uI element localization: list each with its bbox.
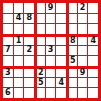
sudoku-board: 92481847235329546 xyxy=(0,0,101,101)
cell-r3c4[interactable] xyxy=(35,24,45,34)
cell-r4c6[interactable] xyxy=(56,35,66,45)
given-cell-r4c2: 1 xyxy=(14,35,24,45)
cell-r5c7[interactable] xyxy=(67,46,77,56)
given-cell-r2c2: 4 xyxy=(14,14,24,24)
cell-r7c6[interactable] xyxy=(56,67,66,77)
cell-r9c5[interactable] xyxy=(46,88,56,98)
cell-r4c8[interactable] xyxy=(78,35,88,45)
cell-r9c8[interactable] xyxy=(78,88,88,98)
cell-r2c7[interactable] xyxy=(67,14,77,24)
cell-r5c4[interactable] xyxy=(35,46,45,56)
cell-r1c9[interactable] xyxy=(88,3,98,13)
cell-r6c2[interactable] xyxy=(14,56,24,66)
cell-r3c5[interactable] xyxy=(46,24,56,34)
cell-r2c8[interactable] xyxy=(78,14,88,24)
given-cell-r2c3: 8 xyxy=(24,14,34,24)
cell-r2c9[interactable] xyxy=(88,14,98,24)
cell-r3c6[interactable] xyxy=(56,24,66,34)
cell-r1c3[interactable] xyxy=(24,3,34,13)
cell-r1c7[interactable] xyxy=(67,3,77,13)
cell-r6c4[interactable] xyxy=(35,56,45,66)
cell-r8c1[interactable] xyxy=(3,78,13,88)
cell-r5c9[interactable] xyxy=(88,46,98,56)
cell-r8c7[interactable] xyxy=(67,78,77,88)
cell-r2c5[interactable] xyxy=(46,14,56,24)
given-cell-r1c5: 9 xyxy=(46,3,56,13)
cell-r1c2[interactable] xyxy=(14,3,24,13)
cell-r1c1[interactable] xyxy=(3,3,13,13)
cell-r3c2[interactable] xyxy=(14,24,24,34)
cell-r8c2[interactable] xyxy=(14,78,24,88)
cell-r6c8[interactable] xyxy=(78,56,88,66)
cell-r9c7[interactable] xyxy=(67,88,77,98)
given-cell-r5c5: 3 xyxy=(46,46,56,56)
given-cell-r1c8: 2 xyxy=(78,3,88,13)
given-cell-r4c9: 4 xyxy=(88,35,98,45)
cell-r9c3[interactable] xyxy=(24,88,34,98)
cell-r9c4[interactable] xyxy=(35,88,45,98)
cell-r1c6[interactable] xyxy=(56,3,66,13)
cell-r9c9[interactable] xyxy=(88,88,98,98)
given-cell-r4c7: 8 xyxy=(67,35,77,45)
cell-r6c1[interactable] xyxy=(3,56,13,66)
cell-r7c3[interactable] xyxy=(24,67,34,77)
cell-r7c2[interactable] xyxy=(14,67,24,77)
cell-r9c6[interactable] xyxy=(56,88,66,98)
cell-r7c5[interactable] xyxy=(46,67,56,77)
cell-r3c7[interactable] xyxy=(67,24,77,34)
cell-r3c8[interactable] xyxy=(78,24,88,34)
given-cell-r9c1: 6 xyxy=(3,88,13,98)
cell-r6c6[interactable] xyxy=(56,56,66,66)
cell-r2c4[interactable] xyxy=(35,14,45,24)
cell-r3c9[interactable] xyxy=(88,24,98,34)
cell-r6c5[interactable] xyxy=(46,56,56,66)
cell-r8c5[interactable] xyxy=(46,78,56,88)
given-cell-r7c1: 3 xyxy=(3,67,13,77)
cell-r7c7[interactable] xyxy=(67,67,77,77)
cell-r4c5[interactable] xyxy=(46,35,56,45)
cell-r8c3[interactable] xyxy=(24,78,34,88)
given-cell-r8c6: 4 xyxy=(56,78,66,88)
given-cell-r6c7: 5 xyxy=(67,56,77,66)
cell-r8c9[interactable] xyxy=(88,78,98,88)
cell-r2c1[interactable] xyxy=(3,14,13,24)
given-cell-r7c4: 2 xyxy=(35,67,45,77)
given-cell-r7c8: 9 xyxy=(78,67,88,77)
cell-r1c4[interactable] xyxy=(35,3,45,13)
cell-r9c2[interactable] xyxy=(14,88,24,98)
cell-r5c6[interactable] xyxy=(56,46,66,56)
cell-r3c1[interactable] xyxy=(3,24,13,34)
cell-r3c3[interactable] xyxy=(24,24,34,34)
cell-r7c9[interactable] xyxy=(88,67,98,77)
cell-r5c2[interactable] xyxy=(14,46,24,56)
cell-r2c6[interactable] xyxy=(56,14,66,24)
given-cell-r5c3: 2 xyxy=(24,46,34,56)
given-cell-r8c4: 5 xyxy=(35,78,45,88)
cell-r6c9[interactable] xyxy=(88,56,98,66)
cell-r5c8[interactable] xyxy=(78,46,88,56)
cell-r8c8[interactable] xyxy=(78,78,88,88)
cell-r4c1[interactable] xyxy=(3,35,13,45)
cell-r4c3[interactable] xyxy=(24,35,34,45)
cell-r6c3[interactable] xyxy=(24,56,34,66)
given-cell-r5c1: 7 xyxy=(3,46,13,56)
cell-r4c4[interactable] xyxy=(35,35,45,45)
